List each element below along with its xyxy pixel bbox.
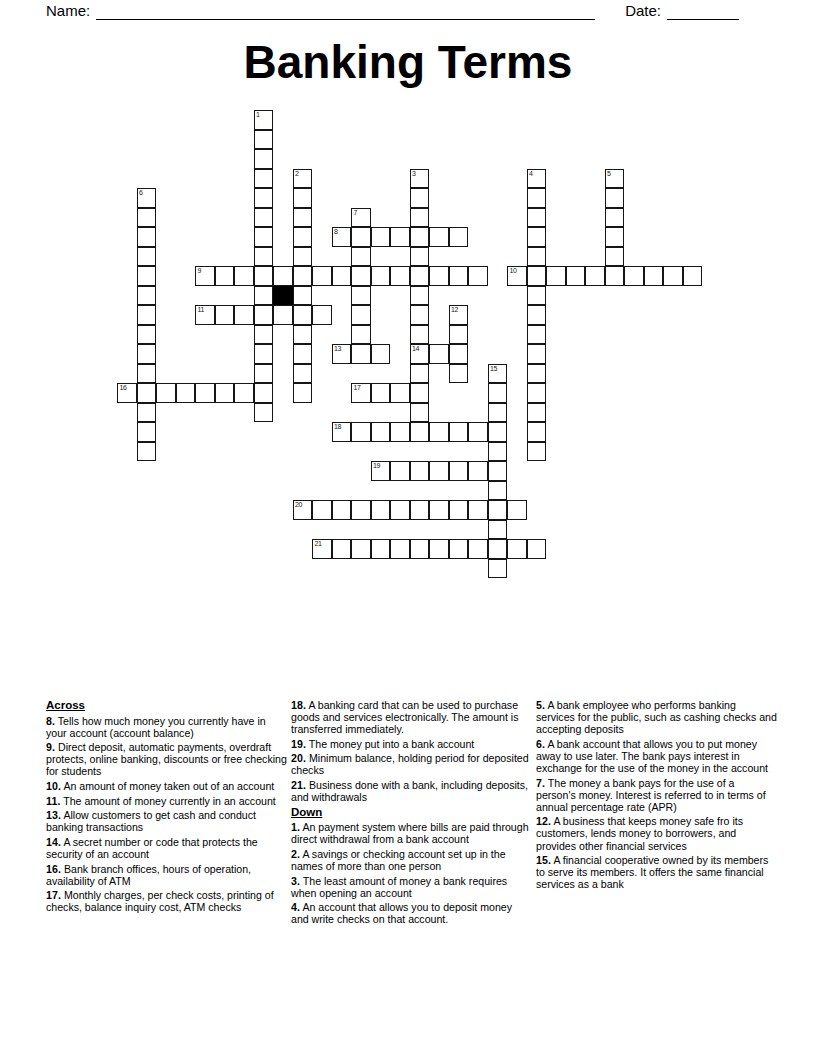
grid-cell[interactable] <box>410 403 430 423</box>
cell-number: 14 <box>412 345 419 353</box>
grid-cell[interactable] <box>488 520 508 540</box>
grid-cell[interactable] <box>429 266 449 286</box>
grid-cell[interactable] <box>527 286 547 306</box>
clue-number: 11. <box>46 795 60 807</box>
grid-cell[interactable] <box>371 344 391 364</box>
clue-15: 15. A financial cooperative owned by its… <box>536 854 777 890</box>
grid-cell[interactable] <box>254 325 274 345</box>
grid-cell[interactable] <box>254 130 274 150</box>
grid-cell[interactable] <box>371 383 391 403</box>
grid-cell[interactable] <box>507 500 527 520</box>
grid-cell[interactable] <box>410 325 430 345</box>
grid-cell[interactable]: 10 <box>507 266 527 286</box>
grid-cell[interactable] <box>566 266 586 286</box>
cell-number: 20 <box>295 501 302 509</box>
clue-number: 19. <box>291 738 306 750</box>
grid-cell[interactable] <box>527 266 547 286</box>
grid-cell[interactable] <box>351 422 371 442</box>
clue-number: 2. <box>291 848 300 860</box>
grid-cell[interactable] <box>488 500 508 520</box>
grid-cell[interactable] <box>351 305 371 325</box>
grid-cell[interactable] <box>468 461 488 481</box>
cell-number: 18 <box>334 423 341 431</box>
grid-cell[interactable] <box>293 188 313 208</box>
grid-cell[interactable]: 18 <box>332 422 352 442</box>
cell-number: 12 <box>451 306 458 314</box>
grid-cell[interactable] <box>449 325 469 345</box>
grid-cell[interactable] <box>390 539 410 559</box>
grid-cell[interactable] <box>488 422 508 442</box>
grid-cell[interactable]: 15 <box>488 364 508 384</box>
grid-cell[interactable] <box>546 266 566 286</box>
grid-cell[interactable] <box>449 364 469 384</box>
clue-number: 5. <box>536 699 545 711</box>
grid-cell[interactable] <box>605 188 625 208</box>
clue-number: 7. <box>536 777 545 789</box>
clue-14: 14. A secret number or code that protect… <box>46 836 287 860</box>
clue-number: 13. <box>46 809 61 821</box>
grid-cell[interactable] <box>468 500 488 520</box>
clue-19: 19. The money put into a bank account <box>291 738 532 750</box>
grid-cell[interactable] <box>410 539 430 559</box>
grid-cell[interactable] <box>137 403 157 423</box>
clues-section: Across8. Tells how much money you curren… <box>46 699 781 928</box>
grid-cell[interactable] <box>449 344 469 364</box>
grid-cell[interactable] <box>663 266 683 286</box>
grid-cell[interactable] <box>351 266 371 286</box>
cell-number: 11 <box>198 306 205 314</box>
grid-cell[interactable] <box>585 266 605 286</box>
grid-cell[interactable] <box>429 227 449 247</box>
grid-cell[interactable] <box>137 266 157 286</box>
grid-cell[interactable] <box>449 266 469 286</box>
grid-cell[interactable] <box>215 383 235 403</box>
grid-cell[interactable] <box>312 305 332 325</box>
grid-cell[interactable] <box>449 500 469 520</box>
clue-number: 18. <box>291 699 306 711</box>
grid-cell[interactable] <box>293 266 313 286</box>
grid-cell[interactable] <box>293 344 313 364</box>
across-heading: Across <box>46 699 287 712</box>
clue-number: 16. <box>46 863 61 875</box>
grid-cell[interactable] <box>410 383 430 403</box>
grid-cell[interactable] <box>254 247 274 267</box>
date-blank-line[interactable] <box>667 4 739 20</box>
grid-cell[interactable] <box>390 461 410 481</box>
clue-7: 7. The money a bank pays for the use of … <box>536 777 777 813</box>
cell-number: 5 <box>607 170 611 178</box>
grid-cell[interactable] <box>449 422 469 442</box>
grid-cell[interactable] <box>468 539 488 559</box>
grid-cell[interactable] <box>293 247 313 267</box>
grid-cell[interactable] <box>527 188 547 208</box>
grid-cell[interactable] <box>371 266 391 286</box>
clue-2: 2. A savings or checking account set up … <box>291 848 532 872</box>
grid-cell[interactable] <box>215 305 235 325</box>
grid-cell[interactable]: 4 <box>527 169 547 189</box>
grid-cell[interactable]: 9 <box>195 266 215 286</box>
grid-cell[interactable]: 13 <box>332 344 352 364</box>
grid-cell[interactable] <box>488 461 508 481</box>
grid-cell[interactable] <box>156 383 176 403</box>
grid-cell[interactable] <box>527 364 547 384</box>
grid-cell[interactable] <box>254 227 274 247</box>
cell-number: 16 <box>120 384 127 392</box>
grid-cell[interactable] <box>624 266 644 286</box>
grid-cell[interactable] <box>390 266 410 286</box>
grid-cell[interactable] <box>351 227 371 247</box>
grid-cell[interactable] <box>137 286 157 306</box>
grid-cell[interactable]: 19 <box>371 461 391 481</box>
cell-number: 4 <box>529 170 533 178</box>
name-label: Name: <box>46 2 90 20</box>
grid-cell[interactable] <box>410 364 430 384</box>
grid-cell[interactable] <box>527 227 547 247</box>
grid-cell[interactable] <box>176 383 196 403</box>
grid-cell[interactable] <box>371 539 391 559</box>
grid-cell[interactable] <box>605 247 625 267</box>
grid-cell[interactable] <box>527 403 547 423</box>
down-heading: Down <box>291 806 532 819</box>
crossword-worksheet-page: { "header": { "name_label": "Name:", "da… <box>0 0 816 1056</box>
grid-cell[interactable] <box>410 500 430 520</box>
grid-cell[interactable] <box>390 383 410 403</box>
clue-16: 16. Bank branch offices, hours of operat… <box>46 863 287 887</box>
grid-cell[interactable] <box>390 500 410 520</box>
grid-cell[interactable] <box>254 169 274 189</box>
black-cell <box>273 286 293 306</box>
grid-cell[interactable]: 17 <box>351 383 371 403</box>
grid-cell[interactable] <box>410 305 430 325</box>
clue-3: 3. The least amount of money a bank requ… <box>291 875 532 899</box>
grid-cell[interactable] <box>410 266 430 286</box>
grid-cell[interactable] <box>605 208 625 228</box>
clue-11: 11. The amount of money currently in an … <box>46 795 287 807</box>
grid-cell[interactable]: 14 <box>410 344 430 364</box>
grid-cell[interactable] <box>410 208 430 228</box>
grid-cell[interactable] <box>449 227 469 247</box>
grid-cell[interactable]: 2 <box>293 169 313 189</box>
clue-13: 13. Allow customers to get cash and cond… <box>46 809 287 833</box>
grid-cell[interactable] <box>429 461 449 481</box>
grid-cell[interactable] <box>390 422 410 442</box>
date-label: Date: <box>625 2 661 20</box>
cell-number: 1 <box>256 111 260 119</box>
grid-cell[interactable] <box>527 422 547 442</box>
grid-cell[interactable] <box>527 208 547 228</box>
cell-number: 6 <box>139 189 143 197</box>
grid-cell[interactable]: 5 <box>605 169 625 189</box>
clue-number: 14. <box>46 836 61 848</box>
cell-number: 21 <box>315 540 322 548</box>
grid-cell[interactable] <box>488 481 508 501</box>
grid-cell[interactable] <box>137 344 157 364</box>
clue-number: 8. <box>46 715 55 727</box>
cell-number: 15 <box>490 365 497 373</box>
grid-cell[interactable] <box>351 286 371 306</box>
grid-cell[interactable] <box>371 422 391 442</box>
grid-cell[interactable] <box>644 266 664 286</box>
grid-cell[interactable] <box>137 422 157 442</box>
name-blank-line[interactable] <box>96 4 595 20</box>
clue-number: 1. <box>291 821 300 833</box>
clue-number: 3. <box>291 875 300 887</box>
grid-cell[interactable]: 3 <box>410 169 430 189</box>
clue-4: 4. An account that allows you to deposit… <box>291 901 532 925</box>
grid-cell[interactable] <box>527 539 547 559</box>
clue-number: 10. <box>46 780 61 792</box>
cell-number: 10 <box>510 267 517 275</box>
clue-number: 9. <box>46 741 55 753</box>
grid-cell[interactable] <box>527 325 547 345</box>
grid-cell[interactable] <box>449 461 469 481</box>
clue-8: 8. Tells how much money you currently ha… <box>46 715 287 739</box>
grid-cell[interactable] <box>488 539 508 559</box>
grid-cell[interactable]: 11 <box>195 305 215 325</box>
grid-cell[interactable] <box>488 442 508 462</box>
grid-cell[interactable] <box>293 286 313 306</box>
clue-number: 12. <box>536 815 551 827</box>
grid-cell[interactable]: 1 <box>254 110 274 130</box>
grid-cell[interactable] <box>488 559 508 579</box>
grid-cell[interactable]: 8 <box>332 227 352 247</box>
cell-number: 8 <box>334 228 338 236</box>
grid-cell[interactable] <box>683 266 703 286</box>
grid-cell[interactable]: 20 <box>293 500 313 520</box>
grid-cell[interactable] <box>332 500 352 520</box>
grid-cell[interactable] <box>293 227 313 247</box>
grid-cell[interactable] <box>390 227 410 247</box>
grid-cell[interactable] <box>254 208 274 228</box>
grid-cell[interactable] <box>332 539 352 559</box>
cell-number: 3 <box>412 170 416 178</box>
grid-cell[interactable] <box>410 247 430 267</box>
page-title: Banking Terms <box>0 33 816 91</box>
grid-cell[interactable] <box>410 286 430 306</box>
clues-column-1: Across8. Tells how much money you curren… <box>46 699 287 928</box>
cell-number: 2 <box>295 170 299 178</box>
grid-cell[interactable] <box>410 227 430 247</box>
clues-column-3: 5. A bank employee who performs banking … <box>536 699 777 928</box>
grid-cell[interactable] <box>234 383 254 403</box>
grid-cell[interactable] <box>429 500 449 520</box>
grid-cell[interactable] <box>351 500 371 520</box>
grid-cell[interactable] <box>332 266 352 286</box>
clue-number: 20. <box>291 752 306 764</box>
grid-cell[interactable] <box>137 305 157 325</box>
grid-cell[interactable] <box>410 188 430 208</box>
grid-cell[interactable] <box>312 266 332 286</box>
grid-cell[interactable] <box>254 305 274 325</box>
grid-cell[interactable]: 12 <box>449 305 469 325</box>
grid-cell[interactable] <box>351 247 371 267</box>
grid-cell[interactable] <box>254 266 274 286</box>
grid-cell[interactable] <box>254 188 274 208</box>
grid-cell[interactable] <box>293 364 313 384</box>
grid-cell[interactable] <box>429 344 449 364</box>
grid-cell[interactable] <box>254 364 274 384</box>
grid-cell[interactable]: 16 <box>117 383 137 403</box>
crossword-grid: 123456789101112131415161718192021 <box>117 110 703 579</box>
clues-column-2: 18. A banking card that can be used to p… <box>291 699 532 928</box>
grid-cell[interactable] <box>137 383 157 403</box>
clue-10: 10. An amount of money taken out of an a… <box>46 780 287 792</box>
cell-number: 17 <box>354 384 361 392</box>
grid-cell[interactable] <box>254 403 274 423</box>
grid-cell[interactable] <box>507 539 527 559</box>
clue-number: 17. <box>46 889 61 901</box>
grid-cell[interactable] <box>137 442 157 462</box>
clue-number: 4. <box>291 901 300 913</box>
grid-cell[interactable] <box>273 305 293 325</box>
grid-cell[interactable] <box>429 422 449 442</box>
grid-cell[interactable] <box>137 227 157 247</box>
grid-cell[interactable]: 6 <box>137 188 157 208</box>
grid-cell[interactable] <box>137 325 157 345</box>
cell-number: 9 <box>198 267 202 275</box>
grid-cell[interactable] <box>195 383 215 403</box>
clue-12: 12. A business that keeps money safe fro… <box>536 815 777 851</box>
grid-cell[interactable] <box>215 266 235 286</box>
grid-cell[interactable]: 7 <box>351 208 371 228</box>
grid-cell[interactable] <box>468 266 488 286</box>
grid-cell[interactable] <box>488 403 508 423</box>
grid-cell[interactable] <box>234 266 254 286</box>
grid-cell[interactable] <box>293 305 313 325</box>
clue-18: 18. A banking card that can be used to p… <box>291 699 532 735</box>
grid-cell[interactable] <box>429 539 449 559</box>
grid-cell[interactable] <box>137 208 157 228</box>
grid-cell[interactable] <box>254 149 274 169</box>
cell-number: 7 <box>354 209 358 217</box>
grid-cell[interactable] <box>371 227 391 247</box>
clue-20: 20. Minimum balance, holding period for … <box>291 752 532 776</box>
cell-number: 19 <box>373 462 380 470</box>
grid-cell[interactable] <box>410 461 430 481</box>
grid-cell[interactable] <box>351 539 371 559</box>
grid-cell[interactable] <box>605 266 625 286</box>
grid-cell[interactable] <box>293 208 313 228</box>
grid-cell[interactable] <box>527 344 547 364</box>
grid-cell[interactable] <box>605 227 625 247</box>
grid-cell[interactable] <box>293 325 313 345</box>
cell-number: 13 <box>334 345 341 353</box>
grid-cell[interactable] <box>527 383 547 403</box>
grid-cell[interactable]: 21 <box>312 539 332 559</box>
grid-cell[interactable] <box>527 442 547 462</box>
clue-1: 1. An payment system where bills are pai… <box>291 821 532 845</box>
grid-cell[interactable] <box>234 305 254 325</box>
grid-cell[interactable] <box>488 383 508 403</box>
grid-cell[interactable] <box>449 539 469 559</box>
clue-5: 5. A bank employee who performs banking … <box>536 699 777 735</box>
grid-cell[interactable] <box>273 266 293 286</box>
grid-cell[interactable] <box>351 325 371 345</box>
grid-cell[interactable] <box>410 422 430 442</box>
grid-cell[interactable] <box>254 383 274 403</box>
grid-cell[interactable] <box>137 364 157 384</box>
grid-cell[interactable] <box>468 422 488 442</box>
clue-17: 17. Monthly charges, per check costs, pr… <box>46 889 287 913</box>
grid-cell[interactable] <box>254 344 274 364</box>
clue-6: 6. A bank account that allows you to put… <box>536 738 777 774</box>
clue-number: 15. <box>536 854 551 866</box>
grid-cell[interactable] <box>371 500 391 520</box>
grid-cell[interactable] <box>254 286 274 306</box>
clue-21: 21. Business done with a bank, including… <box>291 779 532 803</box>
clue-number: 21. <box>291 779 306 791</box>
grid-cell[interactable] <box>527 247 547 267</box>
grid-cell[interactable] <box>527 305 547 325</box>
grid-cell[interactable] <box>293 383 313 403</box>
grid-cell[interactable] <box>351 344 371 364</box>
grid-cell[interactable] <box>137 247 157 267</box>
clue-9: 9. Direct deposit, automatic payments, o… <box>46 741 287 777</box>
name-date-header: Name: Date: <box>46 2 739 20</box>
clue-number: 6. <box>536 738 545 750</box>
grid-cell[interactable] <box>312 500 332 520</box>
